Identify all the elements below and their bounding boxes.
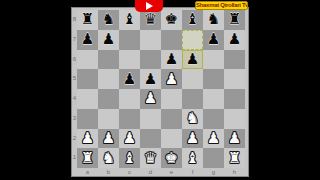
square-b8[interactable]: ♞ [98,10,119,30]
square-c2[interactable]: ♟ [119,129,140,149]
black-pawn: ♟ [165,52,178,67]
square-g5[interactable] [203,69,224,89]
square-g6[interactable] [203,50,224,70]
white-pawn: ♟ [144,91,157,106]
square-h6[interactable] [224,50,245,70]
file-label-a: a [77,168,98,177]
black-pawn: ♟ [228,32,241,47]
square-c4[interactable] [119,89,140,109]
white-pawn: ♟ [228,131,241,146]
white-knight: ♞ [102,151,115,166]
square-g1[interactable] [203,148,224,168]
square-e7[interactable] [161,30,182,50]
square-c7[interactable] [119,30,140,50]
white-king: ♚ [165,151,178,166]
file-label-d: d [140,168,161,177]
white-queen: ♛ [144,151,157,166]
black-rook: ♜ [228,12,241,27]
square-b1[interactable]: ♞ [98,148,119,168]
white-pawn: ♟ [102,131,115,146]
black-pawn: ♟ [102,32,115,47]
square-h7[interactable]: ♟ [224,30,245,50]
file-label-f: f [182,168,203,177]
youtube-play-badge[interactable] [135,0,163,12]
square-a2[interactable]: ♟ [77,129,98,149]
square-d4[interactable]: ♟ [140,89,161,109]
file-label-c: c [119,168,140,177]
square-c3[interactable] [119,109,140,129]
black-king: ♚ [165,12,178,27]
square-d6[interactable] [140,50,161,70]
black-pawn: ♟ [144,72,157,87]
white-pawn: ♟ [123,131,136,146]
square-g7[interactable]: ♟ [203,30,224,50]
white-pawn: ♟ [81,131,94,146]
file-label-e: e [161,168,182,177]
play-icon [146,2,153,10]
square-d8[interactable]: ♛ [140,10,161,30]
square-a3[interactable] [77,109,98,129]
square-c8[interactable]: ♝ [119,10,140,30]
square-h8[interactable]: ♜ [224,10,245,30]
square-h2[interactable]: ♟ [224,129,245,149]
chess-board: ♜♞♝♛♚♝♞♜♟♟♟♟♟♟♟♟♟♟♞♟♟♟♟♟♟♜♞♝♛♚♝♜ [77,10,245,168]
file-label-g: g [203,168,224,177]
square-h4[interactable] [224,89,245,109]
square-h1[interactable]: ♜ [224,148,245,168]
black-pawn: ♟ [207,32,220,47]
black-bishop: ♝ [186,12,199,27]
square-e1[interactable]: ♚ [161,148,182,168]
square-e5[interactable]: ♟ [161,69,182,89]
square-a4[interactable] [77,89,98,109]
square-b4[interactable] [98,89,119,109]
square-g2[interactable]: ♟ [203,129,224,149]
square-d2[interactable] [140,129,161,149]
square-f6[interactable]: ♟ [182,50,203,70]
square-f5[interactable] [182,69,203,89]
square-e4[interactable] [161,89,182,109]
black-bishop: ♝ [123,12,136,27]
square-d5[interactable]: ♟ [140,69,161,89]
square-e3[interactable] [161,109,182,129]
square-d3[interactable] [140,109,161,129]
black-pawn: ♟ [186,52,199,67]
square-f4[interactable] [182,89,203,109]
white-pawn: ♟ [165,72,178,87]
black-knight: ♞ [102,12,115,27]
square-f8[interactable]: ♝ [182,10,203,30]
square-a7[interactable]: ♟ [77,30,98,50]
square-f2[interactable]: ♟ [182,129,203,149]
square-h3[interactable] [224,109,245,129]
square-d1[interactable]: ♛ [140,148,161,168]
white-rook: ♜ [228,151,241,166]
channel-name-badge: Shaxmat Qirollari Tv [195,1,248,10]
video-frame: 87654321 ♜♞♝♛♚♝♞♜♟♟♟♟♟♟♟♟♟♟♞♟♟♟♟♟♟♜♞♝♛♚♝… [0,0,320,180]
square-b5[interactable] [98,69,119,89]
square-e2[interactable] [161,129,182,149]
square-a5[interactable] [77,69,98,89]
black-pawn: ♟ [123,72,136,87]
black-knight: ♞ [207,12,220,27]
square-e6[interactable]: ♟ [161,50,182,70]
square-h5[interactable] [224,69,245,89]
square-d7[interactable] [140,30,161,50]
square-b6[interactable] [98,50,119,70]
file-labels: abcdefgh [77,168,245,176]
square-c6[interactable] [119,50,140,70]
square-a6[interactable] [77,50,98,70]
square-b2[interactable]: ♟ [98,129,119,149]
white-pawn: ♟ [207,131,220,146]
square-b7[interactable]: ♟ [98,30,119,50]
square-b3[interactable] [98,109,119,129]
white-pawn: ♟ [186,131,199,146]
black-pawn: ♟ [81,32,94,47]
chess-board-frame: 87654321 ♜♞♝♛♚♝♞♜♟♟♟♟♟♟♟♟♟♟♞♟♟♟♟♟♟♜♞♝♛♚♝… [72,8,248,176]
white-bishop: ♝ [123,151,136,166]
square-f3[interactable]: ♞ [182,109,203,129]
square-a8[interactable]: ♜ [77,10,98,30]
file-label-b: b [98,168,119,177]
black-rook: ♜ [81,12,94,27]
square-a1[interactable]: ♜ [77,148,98,168]
square-c1[interactable]: ♝ [119,148,140,168]
square-e8[interactable]: ♚ [161,10,182,30]
square-f1[interactable]: ♝ [182,148,203,168]
white-knight: ♞ [186,111,199,126]
white-rook: ♜ [81,151,94,166]
white-bishop: ♝ [186,151,199,166]
file-label-h: h [224,168,245,177]
black-queen: ♛ [144,12,157,27]
square-c5[interactable]: ♟ [119,69,140,89]
square-g4[interactable] [203,89,224,109]
square-g3[interactable] [203,109,224,129]
square-f7[interactable] [182,30,203,50]
square-g8[interactable]: ♞ [203,10,224,30]
